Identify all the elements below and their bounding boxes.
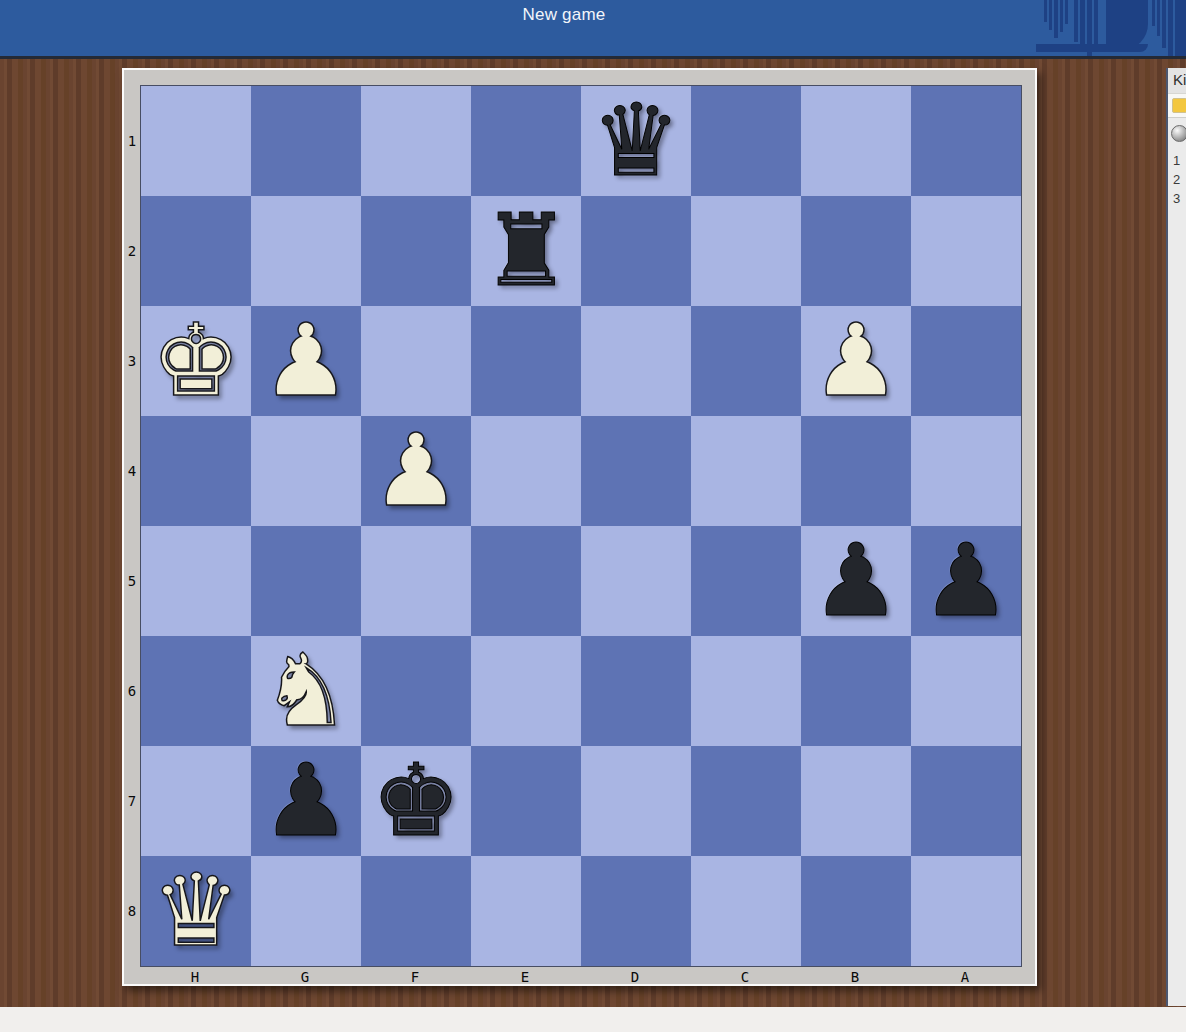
square-a1[interactable]: [911, 86, 1021, 196]
square-h3[interactable]: ♚: [141, 306, 251, 416]
square-g7[interactable]: ♟: [251, 746, 361, 856]
square-a2[interactable]: [911, 196, 1021, 306]
square-c7[interactable]: [691, 746, 801, 856]
square-d7[interactable]: [581, 746, 691, 856]
square-f4[interactable]: ♟: [361, 416, 471, 526]
side-pane-card: [1168, 93, 1186, 118]
square-f3[interactable]: [361, 306, 471, 416]
square-b3[interactable]: ♟: [801, 306, 911, 416]
rank-label-8: 8: [124, 856, 140, 966]
square-d5[interactable]: [581, 526, 691, 636]
file-labels: HGFEDCBA: [140, 967, 1020, 987]
app-header: New game: [0, 0, 1186, 59]
square-d2[interactable]: [581, 196, 691, 306]
rank-labels: 12345678: [124, 86, 140, 966]
square-c6[interactable]: [691, 636, 801, 746]
white-knight-g6[interactable]: ♞: [261, 636, 351, 746]
square-c3[interactable]: [691, 306, 801, 416]
rank-label-3: 3: [124, 306, 140, 416]
square-c4[interactable]: [691, 416, 801, 526]
square-g1[interactable]: [251, 86, 361, 196]
square-g3[interactable]: ♟: [251, 306, 361, 416]
square-f2[interactable]: [361, 196, 471, 306]
black-pawn-a5[interactable]: ♟: [921, 526, 1011, 636]
square-f1[interactable]: [361, 86, 471, 196]
file-label-c: C: [690, 967, 800, 987]
file-label-b: B: [800, 967, 910, 987]
file-label-h: H: [140, 967, 250, 987]
square-c1[interactable]: [691, 86, 801, 196]
square-c5[interactable]: [691, 526, 801, 636]
rank-label-7: 7: [124, 746, 140, 856]
file-label-g: G: [250, 967, 360, 987]
square-b1[interactable]: [801, 86, 911, 196]
square-h1[interactable]: [141, 86, 251, 196]
square-f7[interactable]: ♚: [361, 746, 471, 856]
square-b7[interactable]: [801, 746, 911, 856]
square-d6[interactable]: [581, 636, 691, 746]
square-b6[interactable]: [801, 636, 911, 746]
gray-ball-icon[interactable]: [1171, 125, 1186, 142]
square-e8[interactable]: [471, 856, 581, 966]
window-bottom-strip: [0, 1007, 1186, 1032]
square-g2[interactable]: [251, 196, 361, 306]
yellow-chip-icon[interactable]: [1172, 98, 1186, 113]
square-e6[interactable]: [471, 636, 581, 746]
square-g6[interactable]: ♞: [251, 636, 361, 746]
rank-label-2: 2: [124, 196, 140, 306]
square-e3[interactable]: [471, 306, 581, 416]
rank-label-1: 1: [124, 86, 140, 196]
move-number-1: 1: [1168, 151, 1186, 170]
square-h4[interactable]: [141, 416, 251, 526]
square-f5[interactable]: [361, 526, 471, 636]
square-e5[interactable]: [471, 526, 581, 636]
rank-label-4: 4: [124, 416, 140, 526]
white-queen-h8[interactable]: ♛: [151, 856, 241, 966]
rank-label-6: 6: [124, 636, 140, 746]
square-b5[interactable]: ♟: [801, 526, 911, 636]
file-label-e: E: [470, 967, 580, 987]
square-d8[interactable]: [581, 856, 691, 966]
square-e1[interactable]: [471, 86, 581, 196]
black-king-f7[interactable]: ♚: [371, 746, 461, 856]
square-g5[interactable]: [251, 526, 361, 636]
square-h5[interactable]: [141, 526, 251, 636]
chess-board: ♛♜♚♟♟♟♟♟♞♟♚♛: [140, 85, 1022, 967]
white-pawn-f4[interactable]: ♟: [371, 416, 461, 526]
rank-label-5: 5: [124, 526, 140, 636]
square-a3[interactable]: [911, 306, 1021, 416]
move-number-3: 3: [1168, 189, 1186, 208]
black-pawn-b5[interactable]: ♟: [811, 526, 901, 636]
square-d4[interactable]: [581, 416, 691, 526]
square-c8[interactable]: [691, 856, 801, 966]
square-c2[interactable]: [691, 196, 801, 306]
white-pawn-b3[interactable]: ♟: [811, 306, 901, 416]
file-label-a: A: [910, 967, 1020, 987]
side-pane-title: Ki: [1168, 68, 1186, 93]
square-f6[interactable]: [361, 636, 471, 746]
square-h6[interactable]: [141, 636, 251, 746]
square-a8[interactable]: [911, 856, 1021, 966]
square-h7[interactable]: [141, 746, 251, 856]
square-e4[interactable]: [471, 416, 581, 526]
black-queen-d1[interactable]: ♛: [591, 86, 681, 196]
square-b2[interactable]: [801, 196, 911, 306]
square-g4[interactable]: [251, 416, 361, 526]
file-label-f: F: [360, 967, 470, 987]
white-king-h3[interactable]: ♚: [151, 306, 241, 416]
square-a4[interactable]: [911, 416, 1021, 526]
square-f8[interactable]: [361, 856, 471, 966]
square-d3[interactable]: [581, 306, 691, 416]
square-h2[interactable]: [141, 196, 251, 306]
square-d1[interactable]: ♛: [581, 86, 691, 196]
black-rook-e2[interactable]: ♜: [481, 196, 571, 306]
square-b8[interactable]: [801, 856, 911, 966]
black-pawn-g7[interactable]: ♟: [261, 746, 351, 856]
board-panel: 12345678 ♛♜♚♟♟♟♟♟♞♟♚♛ HGFEDCBA: [122, 68, 1037, 986]
page-title: New game: [523, 5, 606, 24]
right-side-pane[interactable]: Ki 1 2 3: [1166, 68, 1186, 1006]
move-number-2: 2: [1168, 170, 1186, 189]
square-e2[interactable]: ♜: [471, 196, 581, 306]
logo-bars-icon: [1036, 0, 1186, 56]
square-a6[interactable]: [911, 636, 1021, 746]
square-a5[interactable]: ♟: [911, 526, 1021, 636]
white-pawn-g3[interactable]: ♟: [261, 306, 351, 416]
file-label-d: D: [580, 967, 690, 987]
square-g8[interactable]: [251, 856, 361, 966]
square-h8[interactable]: ♛: [141, 856, 251, 966]
square-e7[interactable]: [471, 746, 581, 856]
square-a7[interactable]: [911, 746, 1021, 856]
square-b4[interactable]: [801, 416, 911, 526]
